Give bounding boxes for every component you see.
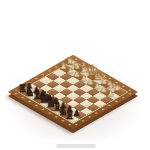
black-rook: ♜ [65, 111, 75, 121]
watermark [56, 144, 96, 148]
white-pawn: ♟ [106, 89, 116, 98]
chess-set-photo: ♜♞♝♚♛♝♞♜♟♟♟♟♟♟♟♟♟♟♟♟♟♟♟♟♜♞♝♚♛♝♞♜ [0, 0, 150, 150]
